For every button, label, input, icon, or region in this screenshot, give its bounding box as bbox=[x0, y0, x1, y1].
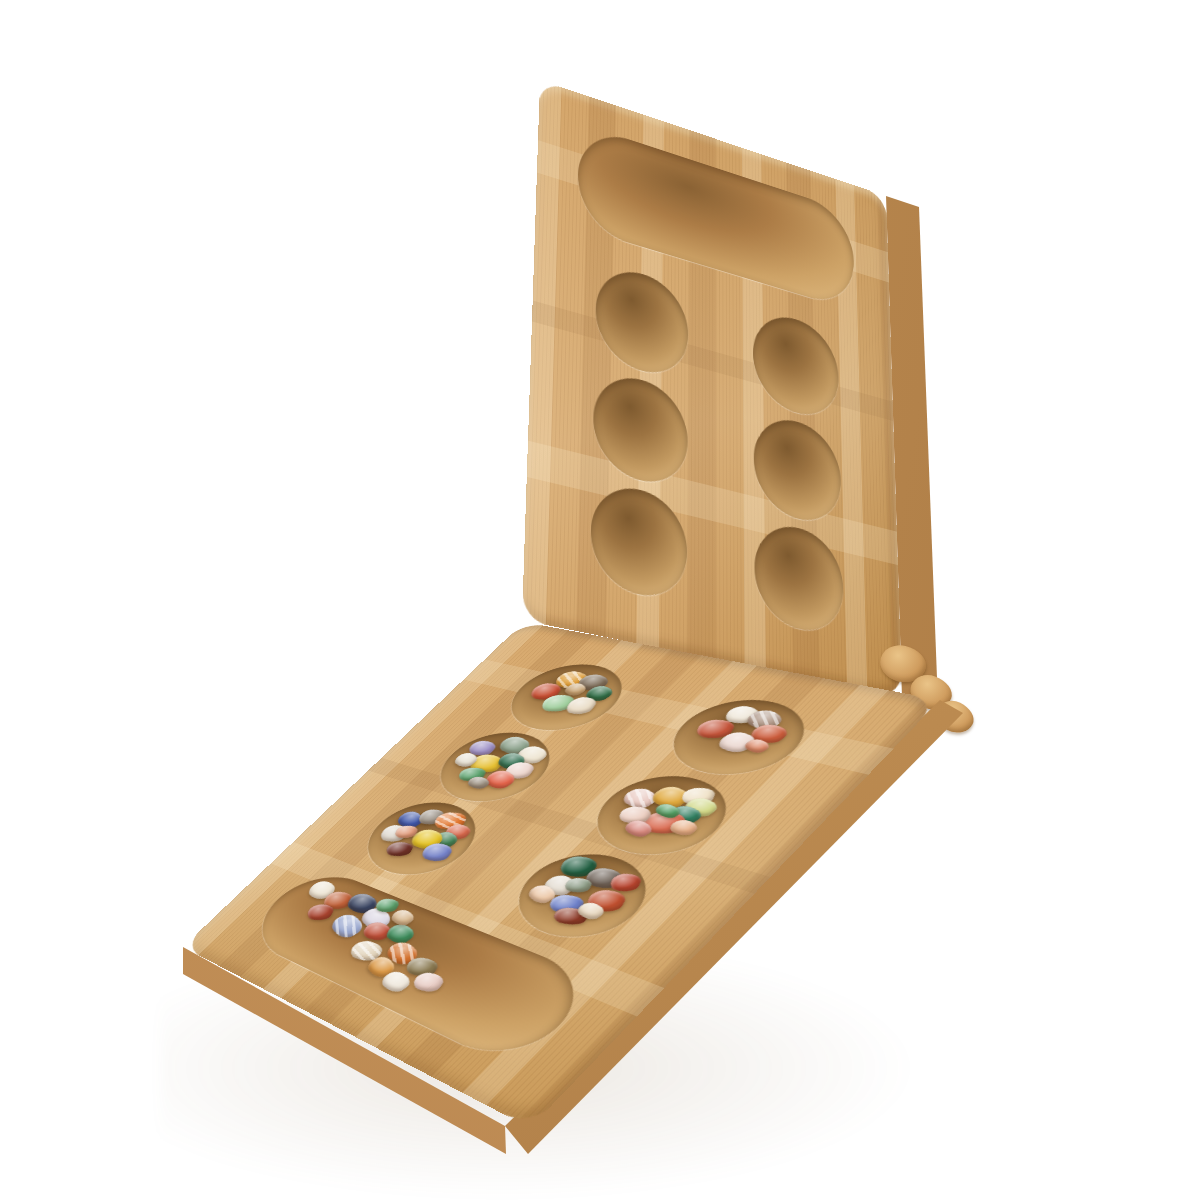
far-pit-right-2[interactable] bbox=[753, 410, 841, 529]
near-pit-left-3[interactable] bbox=[347, 792, 497, 887]
raised-board-half bbox=[522, 80, 902, 697]
far-pit-right-3[interactable] bbox=[754, 517, 844, 638]
far-pit-left-1[interactable] bbox=[595, 261, 689, 383]
seed-stone bbox=[383, 841, 415, 857]
far-pit-left-2[interactable] bbox=[592, 367, 688, 491]
mancala-board-scene bbox=[0, 0, 1200, 1200]
near-pit-left-2[interactable] bbox=[420, 724, 572, 813]
far-pit-right-1[interactable] bbox=[753, 307, 840, 425]
near-pit-right-1[interactable] bbox=[650, 691, 829, 786]
near-pit-left-1[interactable] bbox=[491, 657, 644, 740]
far-pit-left-3[interactable] bbox=[590, 478, 688, 604]
seed-stone bbox=[304, 903, 336, 921]
near-pit-right-3[interactable] bbox=[495, 842, 671, 952]
seed-stone bbox=[327, 911, 367, 941]
